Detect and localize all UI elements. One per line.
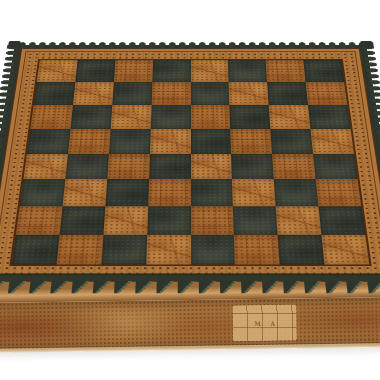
square-e6[interactable] (190, 105, 230, 129)
square-h4[interactable] (313, 154, 357, 180)
square-d8[interactable] (152, 60, 190, 82)
product-photo-scene: M A (0, 0, 380, 380)
square-g6[interactable] (269, 105, 311, 129)
square-c6[interactable] (110, 105, 151, 129)
square-b4[interactable] (65, 154, 109, 180)
scallop-trim-front (0, 273, 380, 293)
trim-corner-icon (8, 41, 21, 48)
square-b1[interactable] (56, 235, 103, 265)
square-f5[interactable] (231, 129, 273, 154)
square-e4[interactable] (191, 154, 233, 180)
square-f6[interactable] (230, 105, 271, 129)
square-g8[interactable] (266, 60, 306, 82)
square-e8[interactable] (190, 60, 228, 82)
square-c1[interactable] (101, 235, 147, 265)
square-h7[interactable] (306, 82, 348, 105)
square-f7[interactable] (229, 82, 269, 105)
square-b8[interactable] (75, 60, 115, 82)
square-d3[interactable] (148, 179, 191, 206)
square-c7[interactable] (112, 82, 152, 105)
chessboard (0, 40, 380, 293)
square-d5[interactable] (150, 129, 191, 154)
square-g4[interactable] (272, 154, 316, 180)
square-c2[interactable] (103, 207, 148, 235)
square-e7[interactable] (190, 82, 229, 105)
square-a6[interactable] (30, 105, 72, 129)
square-b2[interactable] (60, 207, 106, 235)
square-e3[interactable] (191, 179, 234, 206)
square-a3[interactable] (20, 179, 65, 206)
square-b7[interactable] (73, 82, 114, 105)
square-f4[interactable] (231, 154, 274, 180)
square-g5[interactable] (271, 129, 314, 154)
square-g3[interactable] (274, 179, 319, 206)
board-field (9, 59, 371, 266)
square-c5[interactable] (109, 129, 151, 154)
square-d2[interactable] (147, 207, 191, 235)
square-h5[interactable] (311, 129, 354, 154)
square-d4[interactable] (149, 154, 191, 180)
square-h2[interactable] (319, 207, 366, 235)
perspective-wrapper (0, 0, 380, 380)
square-a8[interactable] (37, 60, 78, 82)
square-d6[interactable] (150, 105, 190, 129)
square-f2[interactable] (233, 207, 278, 235)
square-g2[interactable] (276, 207, 322, 235)
square-c8[interactable] (114, 60, 153, 82)
rope-trim-top (7, 40, 374, 48)
square-f3[interactable] (232, 179, 276, 206)
square-c4[interactable] (107, 154, 150, 180)
square-b5[interactable] (68, 129, 111, 154)
square-c3[interactable] (105, 179, 149, 206)
trim-corner-icon (360, 41, 373, 48)
square-h1[interactable] (322, 235, 370, 265)
square-b3[interactable] (62, 179, 107, 206)
square-a5[interactable] (27, 129, 70, 154)
square-g7[interactable] (267, 82, 308, 105)
square-a2[interactable] (16, 207, 63, 235)
square-d1[interactable] (146, 235, 191, 265)
square-h3[interactable] (316, 179, 362, 206)
square-e1[interactable] (191, 235, 236, 265)
square-a1[interactable] (12, 235, 60, 265)
square-b6[interactable] (70, 105, 112, 129)
square-h8[interactable] (303, 60, 344, 82)
square-f1[interactable] (234, 235, 280, 265)
square-e2[interactable] (191, 207, 235, 235)
square-h6[interactable] (308, 105, 350, 129)
square-f8[interactable] (228, 60, 267, 82)
square-e5[interactable] (190, 129, 231, 154)
square-a4[interactable] (23, 154, 67, 180)
square-d7[interactable] (151, 82, 190, 105)
square-a7[interactable] (34, 82, 76, 105)
square-g1[interactable] (278, 235, 325, 265)
